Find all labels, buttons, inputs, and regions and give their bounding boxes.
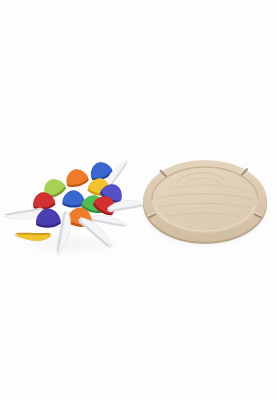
product-photo-scene <box>0 0 277 400</box>
wooden-tray[interactable] <box>135 150 275 258</box>
wooden-tray-graphic <box>135 150 275 254</box>
